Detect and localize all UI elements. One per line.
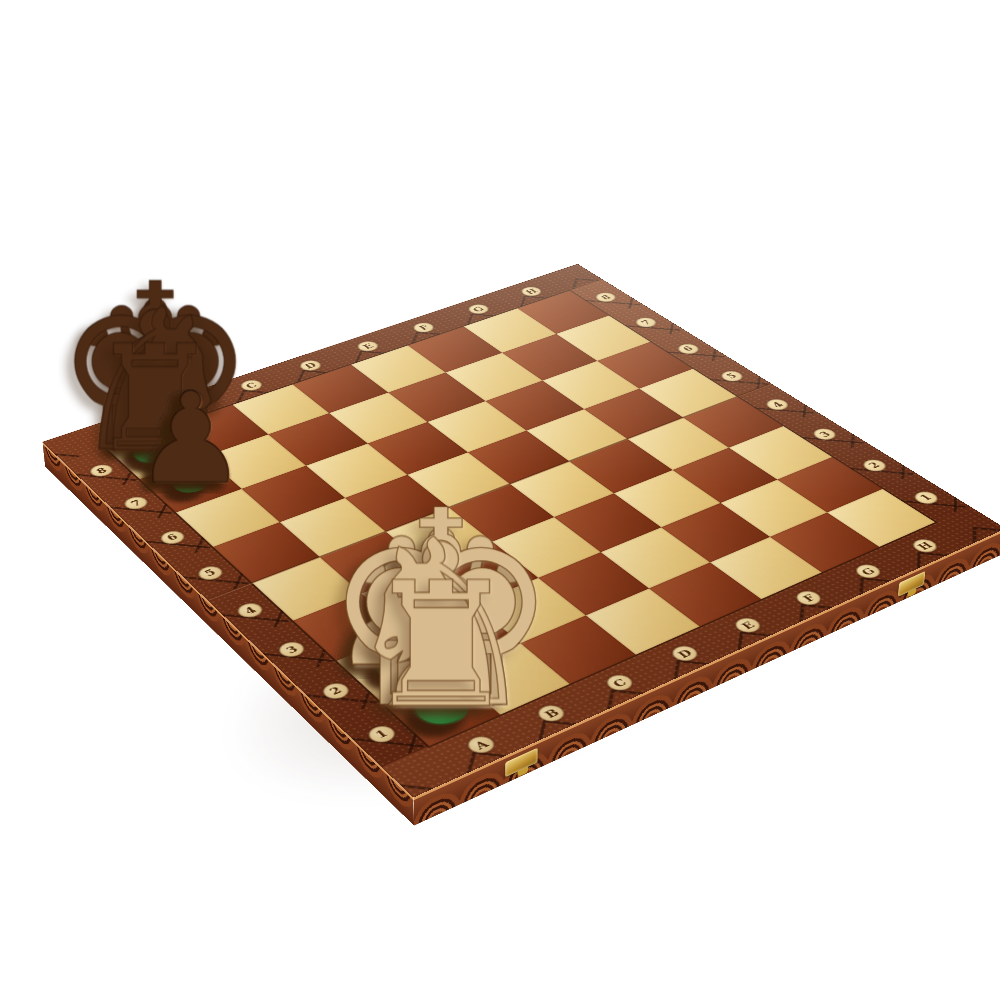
chess-board: ♜♞♝♛♚♝♞♜♟♟♟♟♟♟♟♟♟♟♟♟♟♟♟♟♜♞♝♛♚♝♞♜ AA88BB7…	[42, 264, 1000, 798]
rook-glyph: ♜	[245, 559, 637, 732]
board-top-face: ♜♞♝♛♚♝♞♜♟♟♟♟♟♟♟♟♟♟♟♟♟♟♟♟♜♞♝♛♚♝♞♜ AA88BB7…	[42, 264, 1000, 798]
product-photo-stage: ♜♞♝♛♚♝♞♜♟♟♟♟♟♟♟♟♟♟♟♟♟♟♟♟♜♞♝♛♚♝♞♜ AA88BB7…	[0, 0, 1000, 1000]
brass-latch-right[interactable]	[898, 571, 926, 597]
perspective-wrapper: ♜♞♝♛♚♝♞♜♟♟♟♟♟♟♟♟♟♟♟♟♟♟♟♟♜♞♝♛♚♝♞♜ AA88BB7…	[0, 0, 1000, 1000]
pieces-layer: ♜♞♝♛♚♝♞♜♟♟♟♟♟♟♟♟♟♟♟♟♟♟♟♟♜♞♝♛♚♝♞♜	[42, 264, 1000, 798]
